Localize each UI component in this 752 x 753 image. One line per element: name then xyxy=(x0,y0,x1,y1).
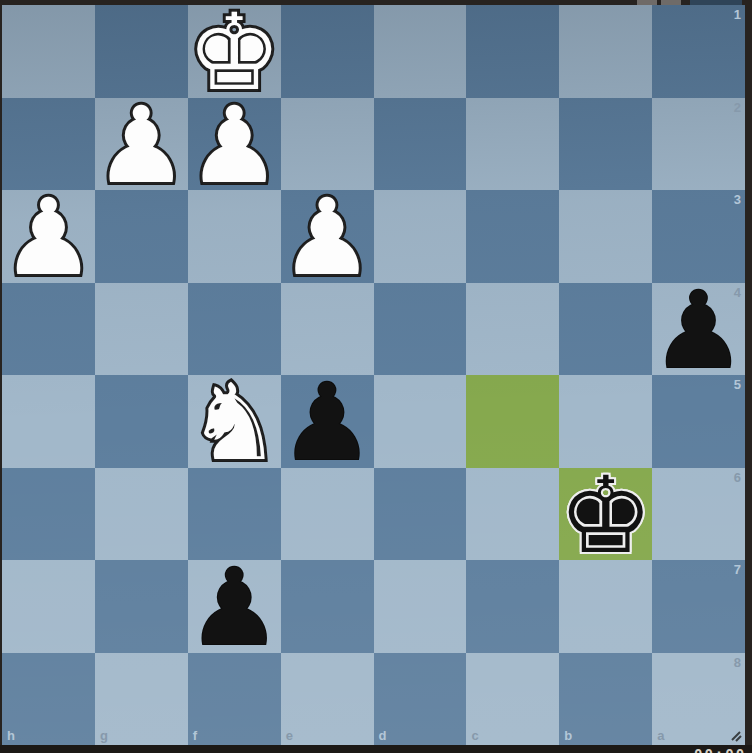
square-f5[interactable]: ♞ xyxy=(188,375,281,468)
square-e8[interactable]: e xyxy=(281,653,374,746)
chess-app-window: ♚1♟♟2♟♟34♟♞♟5♚6♟7hgfedcba8 00:00 xyxy=(0,0,752,753)
square-g6[interactable] xyxy=(95,468,188,561)
square-e3[interactable]: ♟ xyxy=(281,190,374,283)
square-h7[interactable] xyxy=(2,560,95,653)
file-label-f: f xyxy=(193,729,197,742)
rank-label-8: 8 xyxy=(734,656,741,669)
clock-text: 00:00 xyxy=(694,747,746,753)
rank-label-1: 1 xyxy=(734,8,741,21)
black-pawn[interactable]: ♟ xyxy=(188,562,281,655)
rank-label-2: 2 xyxy=(734,101,741,114)
square-b6[interactable]: ♚ xyxy=(559,468,652,561)
square-d1[interactable] xyxy=(374,5,467,98)
white-knight[interactable]: ♞ xyxy=(188,377,281,470)
file-label-b: b xyxy=(564,729,572,742)
square-c3[interactable] xyxy=(466,190,559,283)
file-label-a: a xyxy=(657,729,664,742)
square-g2[interactable]: ♟ xyxy=(95,98,188,191)
square-d8[interactable]: d xyxy=(374,653,467,746)
square-b3[interactable] xyxy=(559,190,652,283)
square-a6[interactable]: 6 xyxy=(652,468,745,561)
square-b8[interactable]: b xyxy=(559,653,652,746)
square-h3[interactable]: ♟ xyxy=(2,190,95,283)
square-b1[interactable] xyxy=(559,5,652,98)
square-d3[interactable] xyxy=(374,190,467,283)
square-h5[interactable] xyxy=(2,375,95,468)
square-c2[interactable] xyxy=(466,98,559,191)
square-e7[interactable] xyxy=(281,560,374,653)
square-c5[interactable] xyxy=(466,375,559,468)
clock-clipped: 00:00 xyxy=(694,747,746,753)
square-h1[interactable] xyxy=(2,5,95,98)
chess-board[interactable]: ♚1♟♟2♟♟34♟♞♟5♚6♟7hgfedcba8 xyxy=(2,5,745,745)
square-c1[interactable] xyxy=(466,5,559,98)
square-d7[interactable] xyxy=(374,560,467,653)
file-label-g: g xyxy=(100,729,108,742)
white-pawn[interactable]: ♟ xyxy=(281,192,374,285)
square-b4[interactable] xyxy=(559,283,652,376)
square-b2[interactable] xyxy=(559,98,652,191)
square-g7[interactable] xyxy=(95,560,188,653)
square-c8[interactable]: c xyxy=(466,653,559,746)
square-g4[interactable] xyxy=(95,283,188,376)
bottom-clipped-strip: 00:00 xyxy=(0,745,752,753)
square-h6[interactable] xyxy=(2,468,95,561)
resize-handle-icon[interactable] xyxy=(727,727,742,742)
file-label-d: d xyxy=(379,729,387,742)
rank-label-6: 6 xyxy=(734,471,741,484)
white-pawn[interactable]: ♟ xyxy=(188,100,281,193)
square-h8[interactable]: h xyxy=(2,653,95,746)
file-label-h: h xyxy=(7,729,15,742)
white-pawn[interactable]: ♟ xyxy=(2,192,95,285)
square-c4[interactable] xyxy=(466,283,559,376)
rank-label-3: 3 xyxy=(734,193,741,206)
rank-label-5: 5 xyxy=(734,378,741,391)
square-a2[interactable]: 2 xyxy=(652,98,745,191)
square-f7[interactable]: ♟ xyxy=(188,560,281,653)
square-f2[interactable]: ♟ xyxy=(188,98,281,191)
file-label-c: c xyxy=(471,729,478,742)
black-pawn[interactable]: ♟ xyxy=(281,377,374,470)
square-g8[interactable]: g xyxy=(95,653,188,746)
square-a4[interactable]: 4♟ xyxy=(652,283,745,376)
square-d4[interactable] xyxy=(374,283,467,376)
square-c7[interactable] xyxy=(466,560,559,653)
square-d6[interactable] xyxy=(374,468,467,561)
square-e5[interactable]: ♟ xyxy=(281,375,374,468)
square-d5[interactable] xyxy=(374,375,467,468)
black-pawn[interactable]: ♟ xyxy=(652,285,745,378)
rank-label-7: 7 xyxy=(734,563,741,576)
black-king[interactable]: ♚ xyxy=(559,470,652,563)
square-g5[interactable] xyxy=(95,375,188,468)
white-pawn[interactable]: ♟ xyxy=(95,100,188,193)
file-label-e: e xyxy=(286,729,293,742)
square-d2[interactable] xyxy=(374,98,467,191)
square-c6[interactable] xyxy=(466,468,559,561)
square-e1[interactable] xyxy=(281,5,374,98)
square-a7[interactable]: 7 xyxy=(652,560,745,653)
square-a1[interactable]: 1 xyxy=(652,5,745,98)
